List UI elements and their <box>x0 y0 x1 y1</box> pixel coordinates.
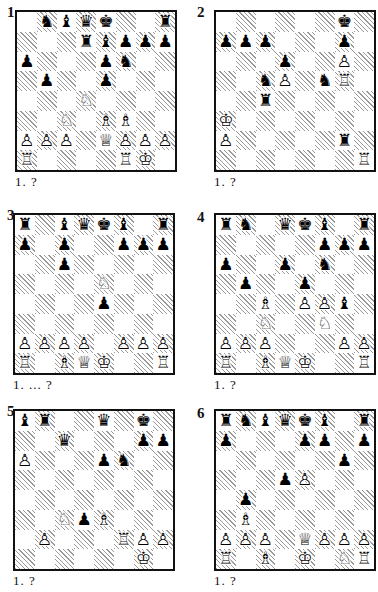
white-king-piece: ♔ <box>136 549 151 569</box>
square-c2 <box>256 131 276 151</box>
black-knight-piece: ♞ <box>116 451 131 471</box>
black-queen-piece: ♛ <box>77 215 92 235</box>
square-a1: ♖ <box>15 353 35 373</box>
square-d8: ♛ <box>275 411 295 431</box>
black-rook-piece: ♜ <box>37 411 52 431</box>
square-a7: ♟ <box>216 431 236 451</box>
square-g1: ♔ <box>134 549 154 569</box>
square-d3 <box>76 111 96 131</box>
square-d7 <box>275 235 295 255</box>
square-b6 <box>236 451 256 471</box>
white-king-piece: ♔ <box>218 111 233 131</box>
square-f8: ♝ <box>114 215 134 235</box>
square-c6 <box>256 451 276 471</box>
square-e1: ♔ <box>295 549 315 569</box>
white-pawn-piece: ♙ <box>156 530 171 550</box>
black-bishop-piece: ♝ <box>337 294 352 314</box>
square-c5 <box>55 470 75 490</box>
black-pawn-piece: ♟ <box>138 32 153 52</box>
square-f1 <box>315 549 335 569</box>
square-h3 <box>153 510 173 530</box>
square-c4: ♜ <box>256 91 276 111</box>
white-bishop-piece: ♗ <box>98 111 113 131</box>
white-pawn-piece: ♙ <box>218 131 233 151</box>
white-pawn-piece: ♙ <box>59 131 74 151</box>
square-h8: ♜ <box>155 12 175 32</box>
white-pawn-piece: ♙ <box>57 334 72 354</box>
square-h6 <box>354 451 374 471</box>
square-c3: ♘ <box>55 510 75 530</box>
square-h8 <box>354 12 374 32</box>
black-pawn-piece: ♟ <box>238 274 253 294</box>
square-h3 <box>354 314 374 334</box>
square-c3 <box>256 510 276 530</box>
square-h5 <box>354 470 374 490</box>
square-g2: ♙ <box>335 530 355 550</box>
square-f5 <box>315 470 335 490</box>
square-h2: ♙ <box>354 530 374 550</box>
black-knight-piece: ♞ <box>258 71 273 91</box>
square-c5 <box>57 71 77 91</box>
square-d1 <box>275 150 295 170</box>
square-d3: ♟ <box>74 510 94 530</box>
square-f4 <box>114 490 134 510</box>
square-f6 <box>315 451 335 471</box>
square-f3: ♘ <box>315 314 335 334</box>
square-f5 <box>116 71 136 91</box>
white-rook-piece: ♖ <box>17 353 32 373</box>
black-knight-piece: ♞ <box>317 71 332 91</box>
square-h4 <box>153 294 173 314</box>
square-g7: ♟ <box>136 32 156 52</box>
chessboard-5: ♝♜♛♚♛♟♟♙♟♞♘♟♗♙♖♙♙♔ <box>13 409 175 571</box>
white-pawn-piece: ♙ <box>357 334 372 354</box>
square-b2: ♙ <box>37 131 57 151</box>
square-a4 <box>15 294 35 314</box>
square-c8 <box>256 12 276 32</box>
square-g3 <box>136 111 156 131</box>
square-e7: ♝ <box>96 32 116 52</box>
square-c8 <box>55 411 75 431</box>
square-c1: ♗ <box>55 353 75 373</box>
black-queen-piece: ♛ <box>79 12 94 32</box>
square-g3 <box>134 314 154 334</box>
black-bishop-piece: ♝ <box>98 32 113 52</box>
square-g4 <box>134 294 154 314</box>
black-bishop-piece: ♝ <box>57 215 72 235</box>
square-h6 <box>155 52 175 72</box>
square-b3 <box>37 111 57 131</box>
square-h7: ♟ <box>153 431 173 451</box>
square-d2 <box>275 334 295 354</box>
square-b2: ♙ <box>236 334 256 354</box>
square-b8: ♞ <box>37 12 57 32</box>
square-e2 <box>94 530 114 550</box>
square-a2: ♙ <box>17 131 37 151</box>
square-f4 <box>315 91 335 111</box>
caption-5: 1. ? <box>13 573 36 589</box>
white-pawn-piece: ♙ <box>258 334 273 354</box>
square-a5 <box>216 274 236 294</box>
square-d5 <box>74 274 94 294</box>
square-d8: ♛ <box>275 215 295 235</box>
black-rook-piece: ♜ <box>79 32 94 52</box>
square-h4 <box>354 490 374 510</box>
square-f3 <box>315 510 335 530</box>
square-a7: ♟ <box>15 235 35 255</box>
black-pawn-piece: ♟ <box>258 32 273 52</box>
square-e6: ♟ <box>96 52 116 72</box>
square-b5 <box>236 71 256 91</box>
white-bishop-piece: ♗ <box>258 294 273 314</box>
black-pawn-piece: ♟ <box>77 510 92 530</box>
square-b6 <box>37 52 57 72</box>
square-b4 <box>37 91 57 111</box>
square-f4: ♙ <box>315 294 335 314</box>
black-pawn-piece: ♟ <box>116 235 131 255</box>
white-pawn-piece: ♙ <box>238 530 253 550</box>
square-e8: ♚ <box>96 12 116 32</box>
square-h7: ♟ <box>155 32 175 52</box>
square-c7: ♟ <box>55 235 75 255</box>
square-a2: ♙ <box>15 334 35 354</box>
white-pawn-piece: ♙ <box>218 334 233 354</box>
square-e6 <box>295 451 315 471</box>
square-e4: ♙ <box>295 294 315 314</box>
square-h8: ♜ <box>354 411 374 431</box>
square-b1 <box>35 353 55 373</box>
white-rook-piece: ♖ <box>357 150 372 170</box>
square-f2: ♖ <box>114 530 134 550</box>
square-f3: ♗ <box>116 111 136 131</box>
square-c1 <box>256 150 276 170</box>
square-e7 <box>94 235 114 255</box>
square-g7: ♟ <box>335 235 355 255</box>
square-a1: ♖ <box>17 150 37 170</box>
white-pawn-piece: ♙ <box>17 334 32 354</box>
white-queen-piece: ♕ <box>297 530 312 550</box>
square-e5: ♟ <box>96 71 116 91</box>
white-pawn-piece: ♙ <box>37 530 52 550</box>
square-d8 <box>74 411 94 431</box>
square-a1: ♖ <box>216 549 236 569</box>
square-e6 <box>295 52 315 72</box>
square-c3: ♘ <box>256 314 276 334</box>
square-f5: ♞ <box>315 71 335 91</box>
black-king-piece: ♚ <box>136 411 151 431</box>
square-g5 <box>335 274 355 294</box>
square-g6: ♟ <box>335 451 355 471</box>
black-knight-piece: ♞ <box>118 52 133 72</box>
square-f8 <box>116 12 136 32</box>
square-d4 <box>275 91 295 111</box>
square-d8 <box>275 12 295 32</box>
square-g5 <box>134 274 154 294</box>
white-knight-piece: ♘ <box>258 314 273 334</box>
white-pawn-piece: ♙ <box>357 530 372 550</box>
square-h1: ♖ <box>153 353 173 373</box>
square-h2 <box>354 131 374 151</box>
square-b2: ♙ <box>35 530 55 550</box>
square-d3 <box>275 111 295 131</box>
square-a3 <box>15 510 35 530</box>
square-d4: ♘ <box>76 91 96 111</box>
square-h4 <box>153 490 173 510</box>
square-c1: ♗ <box>256 549 276 569</box>
square-a5 <box>15 274 35 294</box>
square-d3 <box>74 314 94 334</box>
black-rook-piece: ♜ <box>357 411 372 431</box>
square-f1 <box>315 150 335 170</box>
square-g7: ♟ <box>134 235 154 255</box>
square-g8: ♚ <box>134 411 154 431</box>
square-c5: ♞ <box>256 71 276 91</box>
square-b5 <box>236 470 256 490</box>
black-rook-piece: ♜ <box>218 215 233 235</box>
black-pawn-piece: ♟ <box>136 431 151 451</box>
square-b6 <box>35 255 55 275</box>
square-c1 <box>57 150 77 170</box>
square-h5 <box>153 274 173 294</box>
black-queen-piece: ♛ <box>57 431 72 451</box>
square-d1 <box>74 549 94 569</box>
square-f1: ♖ <box>116 150 136 170</box>
square-h3 <box>354 111 374 131</box>
square-e1 <box>96 150 116 170</box>
square-f6 <box>315 52 335 72</box>
white-bishop-piece: ♗ <box>118 111 133 131</box>
black-bishop-piece: ♝ <box>59 12 74 32</box>
square-a4 <box>216 294 236 314</box>
square-g3 <box>134 510 154 530</box>
black-rook-piece: ♜ <box>156 215 171 235</box>
square-f7 <box>114 431 134 451</box>
black-pawn-piece: ♟ <box>156 235 171 255</box>
square-e7 <box>295 235 315 255</box>
square-b4 <box>35 294 55 314</box>
white-queen-piece: ♕ <box>278 353 293 373</box>
square-a3 <box>216 510 236 530</box>
square-h6 <box>354 52 374 72</box>
white-king-piece: ♔ <box>138 150 153 170</box>
square-f4 <box>114 294 134 314</box>
square-f2 <box>315 334 335 354</box>
square-a8: ♜ <box>216 215 236 235</box>
white-rook-piece: ♖ <box>118 150 133 170</box>
black-king-piece: ♚ <box>297 215 312 235</box>
square-b8 <box>236 12 256 32</box>
black-bishop-piece: ♝ <box>258 411 273 431</box>
square-e5 <box>94 470 114 490</box>
square-c6 <box>256 52 276 72</box>
square-g4: ♝ <box>335 294 355 314</box>
square-b7 <box>35 235 55 255</box>
white-rook-piece: ♖ <box>337 71 352 91</box>
square-b1 <box>236 353 256 373</box>
square-a2: ♙ <box>216 530 236 550</box>
black-pawn-piece: ♟ <box>357 235 372 255</box>
square-a6 <box>15 255 35 275</box>
square-d2 <box>76 131 96 151</box>
square-b5: ♟ <box>37 71 57 91</box>
black-rook-piece: ♜ <box>218 411 233 431</box>
white-knight-piece: ♘ <box>337 549 352 569</box>
square-a2 <box>15 530 35 550</box>
square-g7: ♟ <box>134 431 154 451</box>
black-pawn-piece: ♟ <box>19 52 34 72</box>
white-rook-piece: ♖ <box>357 353 372 373</box>
square-c7: ♛ <box>55 431 75 451</box>
square-g7 <box>335 431 355 451</box>
square-b2: ♙ <box>236 530 256 550</box>
square-h1: ♖ <box>354 549 374 569</box>
square-a6: ♙ <box>15 451 35 471</box>
black-pawn-piece: ♟ <box>57 255 72 275</box>
square-e2 <box>94 334 114 354</box>
square-e3 <box>295 510 315 530</box>
square-h3 <box>354 510 374 530</box>
diagram-number-2: 2 <box>197 4 205 21</box>
square-g8: ♚ <box>335 12 355 32</box>
square-c5 <box>256 274 276 294</box>
square-g5 <box>134 470 154 490</box>
square-f7: ♟ <box>116 32 136 52</box>
square-b7 <box>236 431 256 451</box>
white-pawn-piece: ♙ <box>238 334 253 354</box>
square-e5: ♙ <box>295 470 315 490</box>
square-d2: ♙ <box>74 334 94 354</box>
square-h8: ♜ <box>153 215 173 235</box>
square-a3: ♔ <box>216 111 236 131</box>
black-rook-piece: ♜ <box>258 91 273 111</box>
square-a5 <box>17 71 37 91</box>
square-a7: ♟ <box>216 32 236 52</box>
square-d7 <box>275 32 295 52</box>
square-b5 <box>35 274 55 294</box>
square-e4 <box>295 490 315 510</box>
square-a6 <box>216 52 236 72</box>
square-a7 <box>216 235 236 255</box>
square-g1: ♘ <box>335 549 355 569</box>
white-pawn-piece: ♙ <box>17 451 32 471</box>
square-d5 <box>76 71 96 91</box>
square-g8 <box>134 215 154 235</box>
square-e4 <box>94 490 114 510</box>
square-e1 <box>295 150 315 170</box>
white-rook-piece: ♖ <box>218 549 233 569</box>
square-f3 <box>114 510 134 530</box>
square-f8: ♝ <box>315 411 335 431</box>
caption-4: 1. ? <box>214 377 237 393</box>
square-c7 <box>57 32 77 52</box>
black-pawn-piece: ♟ <box>218 32 233 52</box>
square-h3 <box>155 111 175 131</box>
square-d2 <box>74 530 94 550</box>
square-d8: ♛ <box>74 215 94 235</box>
square-g4 <box>136 91 156 111</box>
white-pawn-piece: ♙ <box>317 294 332 314</box>
square-e5: ♘ <box>94 274 114 294</box>
white-pawn-piece: ♙ <box>156 334 171 354</box>
black-pawn-piece: ♟ <box>317 431 332 451</box>
black-pawn-piece: ♟ <box>158 32 173 52</box>
square-e8: ♚ <box>295 411 315 431</box>
square-d1 <box>76 150 96 170</box>
square-c4 <box>57 91 77 111</box>
square-f6: ♞ <box>315 255 335 275</box>
square-e3 <box>295 111 315 131</box>
square-c2 <box>55 530 75 550</box>
square-d4 <box>275 490 295 510</box>
white-bishop-piece: ♗ <box>57 353 72 373</box>
square-h2: ♙ <box>153 334 173 354</box>
square-a6: ♟ <box>216 255 236 275</box>
square-h4 <box>354 91 374 111</box>
black-pawn-piece: ♟ <box>238 32 253 52</box>
square-g3 <box>335 111 355 131</box>
square-f3 <box>315 111 335 131</box>
diagram-number-1: 1 <box>7 4 15 21</box>
square-g1 <box>335 150 355 170</box>
black-knight-piece: ♞ <box>238 215 253 235</box>
square-a6: ♟ <box>17 52 37 72</box>
square-b3 <box>236 314 256 334</box>
square-e6: ♟ <box>94 451 114 471</box>
square-c4 <box>55 294 75 314</box>
square-g3 <box>335 314 355 334</box>
scanned-puzzle-page: { "game": "chess", "page_type": "chess-p… <box>0 0 378 592</box>
chessboard-2: ♚♟♟♟♟♟♙♞♙♞♖♜♔♙♜♖ <box>214 10 376 172</box>
square-c4: ♗ <box>256 294 276 314</box>
white-pawn-piece: ♙ <box>278 71 293 91</box>
square-a1: ♖ <box>216 353 236 373</box>
square-c8: ♝ <box>57 12 77 32</box>
square-e1: ♔ <box>94 353 114 373</box>
black-queen-piece: ♛ <box>96 411 111 431</box>
square-d5: ♟ <box>275 470 295 490</box>
square-h2: ♙ <box>153 530 173 550</box>
white-pawn-piece: ♙ <box>337 334 352 354</box>
caption-1: 1. ? <box>15 174 38 190</box>
square-d2 <box>275 530 295 550</box>
square-d5 <box>74 470 94 490</box>
square-e8: ♚ <box>295 215 315 235</box>
square-c4 <box>55 490 75 510</box>
square-h2: ♙ <box>354 334 374 354</box>
white-pawn-piece: ♙ <box>258 530 273 550</box>
square-e1: ♔ <box>295 353 315 373</box>
square-a5 <box>216 470 236 490</box>
square-b1 <box>35 549 55 569</box>
white-rook-piece: ♖ <box>116 530 131 550</box>
square-e4 <box>96 91 116 111</box>
square-a8 <box>17 12 37 32</box>
square-f3 <box>114 314 134 334</box>
black-king-piece: ♚ <box>96 215 111 235</box>
square-f8 <box>114 411 134 431</box>
square-c8: ♝ <box>55 215 75 235</box>
square-d6 <box>275 451 295 471</box>
square-c3: ♘ <box>57 111 77 131</box>
square-d6: ♟ <box>275 255 295 275</box>
white-rook-piece: ♖ <box>156 353 171 373</box>
white-pawn-piece: ♙ <box>118 131 133 151</box>
black-queen-piece: ♛ <box>278 215 293 235</box>
square-a8 <box>216 12 236 32</box>
square-g7: ♟ <box>335 32 355 52</box>
square-c2: ♙ <box>55 334 75 354</box>
white-knight-piece: ♘ <box>317 314 332 334</box>
